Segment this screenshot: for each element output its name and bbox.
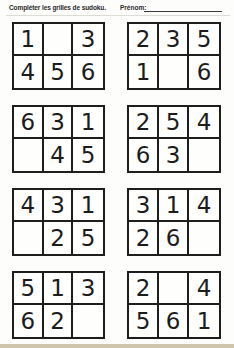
sudoku-cell-filled: 4	[189, 190, 219, 222]
sudoku-cell-empty[interactable]	[14, 139, 44, 171]
sudoku-cell-filled: 4	[44, 139, 74, 171]
sudoku-cell-filled: 4	[189, 273, 219, 305]
sudoku-cell-filled: 5	[129, 305, 159, 337]
sudoku-cell-filled: 1	[73, 190, 103, 222]
sudoku-cell-filled: 2	[129, 24, 159, 56]
sudoku-cell-filled: 6	[159, 222, 189, 254]
sudoku-cell-filled: 1	[14, 24, 44, 56]
sudoku-cell-filled: 1	[44, 273, 74, 305]
sudoku-cell-filled: 6	[14, 305, 44, 337]
sudoku-cell-filled: 4	[14, 56, 44, 88]
sudoku-cell-filled: 1	[73, 107, 103, 139]
sudoku-cell-empty[interactable]	[189, 222, 219, 254]
sudoku-cell-filled: 2	[129, 273, 159, 305]
sudoku-cell-filled: 6	[189, 56, 219, 88]
sudoku-cell-empty[interactable]	[159, 273, 189, 305]
sudoku-cell-filled: 1	[159, 190, 189, 222]
sudoku-cell-filled: 4	[14, 190, 44, 222]
sudoku-cell-filled: 5	[14, 273, 44, 305]
sudoku-cell-filled: 2	[44, 305, 74, 337]
sudoku-grid-4: 25463	[127, 105, 221, 173]
sudoku-grid-7: 51362	[12, 271, 105, 339]
sudoku-cell-filled: 3	[44, 107, 74, 139]
header-divider-line	[6, 15, 230, 16]
sudoku-cell-filled: 2	[44, 222, 74, 254]
sudoku-grid-2: 23516	[127, 22, 221, 90]
sudoku-cell-filled: 6	[129, 139, 159, 171]
sudoku-grid-1: 13456	[12, 22, 105, 90]
sudoku-cell-filled: 3	[73, 24, 103, 56]
sudoku-cell-filled: 6	[159, 305, 189, 337]
sudoku-cell-filled: 3	[44, 190, 74, 222]
sudoku-cell-filled: 6	[14, 107, 44, 139]
name-blank-line[interactable]	[144, 11, 222, 12]
sudoku-grid-3: 63145	[12, 105, 105, 173]
sudoku-cell-filled: 5	[189, 24, 219, 56]
sudoku-cell-filled: 3	[73, 273, 103, 305]
sudoku-cell-empty[interactable]	[73, 305, 103, 337]
sudoku-cell-filled: 5	[73, 139, 103, 171]
sudoku-cell-filled: 5	[73, 222, 103, 254]
sudoku-grid-8: 24561	[127, 271, 221, 339]
sudoku-cell-empty[interactable]	[189, 139, 219, 171]
worksheet-page: Compléter les grilles de sudoku. Prénom:…	[0, 0, 234, 348]
sudoku-cell-filled: 6	[73, 56, 103, 88]
sudoku-cell-filled: 3	[159, 139, 189, 171]
instruction-text: Compléter les grilles de sudoku.	[9, 4, 106, 11]
sudoku-cell-filled: 5	[44, 56, 74, 88]
sudoku-cell-filled: 1	[129, 56, 159, 88]
sudoku-cell-filled: 3	[159, 24, 189, 56]
sudoku-grid-6: 31426	[127, 188, 221, 256]
sudoku-cell-filled: 4	[189, 107, 219, 139]
sudoku-cell-filled: 1	[189, 305, 219, 337]
sudoku-grid-5: 43125	[12, 188, 105, 256]
sudoku-cell-empty[interactable]	[159, 56, 189, 88]
name-label: Prénom:	[120, 4, 146, 11]
grids-container: 1345623516631452546343125314265136224561	[12, 22, 221, 339]
sudoku-cell-empty[interactable]	[14, 222, 44, 254]
sudoku-cell-filled: 2	[129, 222, 159, 254]
sudoku-cell-empty[interactable]	[44, 24, 74, 56]
sudoku-cell-filled: 3	[129, 190, 159, 222]
scan-edge	[0, 344, 234, 348]
sudoku-cell-filled: 5	[159, 107, 189, 139]
sudoku-cell-filled: 2	[129, 107, 159, 139]
